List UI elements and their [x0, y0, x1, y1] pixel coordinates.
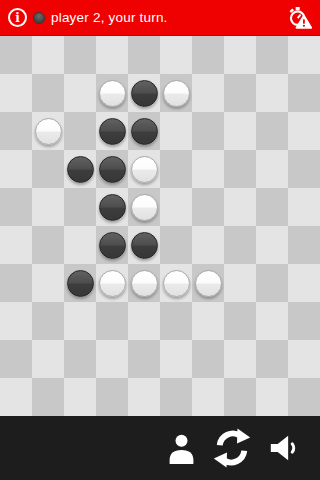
board-cell[interactable] [0, 264, 32, 302]
board-cell[interactable] [32, 264, 64, 302]
board-cell[interactable] [128, 112, 160, 150]
board-cell[interactable] [128, 74, 160, 112]
board-cell[interactable] [192, 36, 224, 74]
black-disc [99, 118, 126, 145]
board-cell[interactable] [128, 150, 160, 188]
board-cell[interactable] [96, 150, 128, 188]
board-cell[interactable] [192, 302, 224, 340]
player2-disc-indicator [33, 12, 45, 24]
board-cell[interactable] [32, 36, 64, 74]
board-cell[interactable] [32, 378, 64, 416]
board-cell[interactable] [0, 150, 32, 188]
black-disc [99, 232, 126, 259]
board-cell[interactable] [288, 340, 320, 378]
stopwatch-warning-icon[interactable] [288, 5, 312, 30]
board-cell[interactable] [64, 378, 96, 416]
board-cell[interactable] [0, 74, 32, 112]
board-cell[interactable] [160, 150, 192, 188]
board-cell[interactable] [0, 226, 32, 264]
board-cell[interactable] [64, 74, 96, 112]
board-cell[interactable] [96, 36, 128, 74]
board-cell[interactable] [128, 188, 160, 226]
board-cell[interactable] [224, 188, 256, 226]
white-disc [35, 118, 62, 145]
board-cell[interactable] [256, 150, 288, 188]
status-message: player 2, your turn. [51, 10, 168, 25]
board-cell[interactable] [64, 188, 96, 226]
board-cell[interactable] [160, 112, 192, 150]
board-cell[interactable] [288, 378, 320, 416]
board-cell[interactable] [160, 226, 192, 264]
player-button[interactable] [168, 433, 195, 464]
board-cell[interactable] [0, 340, 32, 378]
white-disc [131, 156, 158, 183]
board-cell[interactable] [256, 36, 288, 74]
board-cell[interactable] [224, 74, 256, 112]
board-cell[interactable] [32, 112, 64, 150]
black-disc [99, 194, 126, 221]
board-cell[interactable] [128, 340, 160, 378]
board-cell[interactable] [0, 188, 32, 226]
person-icon [168, 433, 195, 464]
board-cell[interactable] [0, 36, 32, 74]
board-cell[interactable] [288, 226, 320, 264]
board [0, 36, 320, 416]
board-cell[interactable] [0, 378, 32, 416]
board-cell[interactable] [256, 188, 288, 226]
board-cell[interactable] [128, 36, 160, 74]
board-cell[interactable] [32, 188, 64, 226]
black-disc [67, 270, 94, 297]
board-cell[interactable] [96, 378, 128, 416]
board-cell[interactable] [256, 378, 288, 416]
board-cell[interactable] [192, 112, 224, 150]
white-disc [163, 270, 190, 297]
black-disc [131, 232, 158, 259]
board-cell[interactable] [96, 226, 128, 264]
board-cell[interactable] [0, 112, 32, 150]
board-cell[interactable] [224, 36, 256, 74]
board-cell[interactable] [256, 74, 288, 112]
board-cell[interactable] [288, 188, 320, 226]
board-cell[interactable] [192, 378, 224, 416]
white-disc [163, 80, 190, 107]
board-cell[interactable] [64, 150, 96, 188]
board-cell[interactable] [256, 340, 288, 378]
board-cell[interactable] [64, 264, 96, 302]
black-disc [131, 118, 158, 145]
board-cell[interactable] [64, 226, 96, 264]
status-bar: i player 2, your turn. [0, 0, 320, 36]
board-cell[interactable] [192, 150, 224, 188]
board-cell[interactable] [96, 264, 128, 302]
board-cell[interactable] [224, 340, 256, 378]
board-cell[interactable] [160, 302, 192, 340]
board-cell[interactable] [64, 340, 96, 378]
board-cell[interactable] [288, 150, 320, 188]
board-cell[interactable] [160, 188, 192, 226]
board-cell[interactable] [32, 74, 64, 112]
board-cell[interactable] [160, 340, 192, 378]
board-cell[interactable] [64, 112, 96, 150]
board-cell[interactable] [96, 188, 128, 226]
board-cell[interactable] [96, 340, 128, 378]
board-cell[interactable] [128, 302, 160, 340]
refresh-icon [212, 428, 252, 468]
board-cell[interactable] [0, 302, 32, 340]
board-cell[interactable] [224, 112, 256, 150]
sound-button[interactable] [269, 433, 300, 463]
white-disc [99, 80, 126, 107]
black-disc [131, 80, 158, 107]
black-disc [67, 156, 94, 183]
board-cell[interactable] [160, 264, 192, 302]
white-disc [131, 270, 158, 297]
board-cell[interactable] [128, 264, 160, 302]
board-cell[interactable] [224, 302, 256, 340]
board-cell[interactable] [192, 74, 224, 112]
board-cell[interactable] [192, 226, 224, 264]
board-cell[interactable] [224, 264, 256, 302]
restart-button[interactable] [212, 428, 252, 468]
toolbar [0, 416, 320, 480]
board-cell[interactable] [192, 340, 224, 378]
info-glyph: i [15, 12, 20, 24]
board-cell[interactable] [256, 226, 288, 264]
info-icon[interactable]: i [8, 8, 27, 27]
board-cell[interactable] [256, 302, 288, 340]
board-cell[interactable] [288, 74, 320, 112]
board-cell[interactable] [256, 112, 288, 150]
board-cell[interactable] [128, 226, 160, 264]
board-cell[interactable] [128, 378, 160, 416]
board-cell[interactable] [64, 302, 96, 340]
board-cell[interactable] [96, 112, 128, 150]
white-disc [99, 270, 126, 297]
board-cell[interactable] [64, 36, 96, 74]
black-disc [99, 156, 126, 183]
board-cell[interactable] [32, 340, 64, 378]
board-cell[interactable] [256, 264, 288, 302]
game-screen: i player 2, your turn. [0, 0, 320, 480]
board-cell[interactable] [96, 74, 128, 112]
board-cell[interactable] [160, 378, 192, 416]
board-cell[interactable] [160, 36, 192, 74]
white-disc [195, 270, 222, 297]
white-disc [131, 194, 158, 221]
board-cell[interactable] [32, 150, 64, 188]
board-cell[interactable] [224, 226, 256, 264]
board-cell[interactable] [32, 302, 64, 340]
board-cell[interactable] [32, 226, 64, 264]
board-cell[interactable] [160, 74, 192, 112]
board-cell[interactable] [288, 302, 320, 340]
board-cell[interactable] [224, 150, 256, 188]
board-cell[interactable] [288, 264, 320, 302]
board-cell[interactable] [96, 302, 128, 340]
board-cell[interactable] [288, 112, 320, 150]
board-cell[interactable] [224, 378, 256, 416]
board-cell[interactable] [192, 264, 224, 302]
board-cell[interactable] [288, 36, 320, 74]
speaker-icon [269, 433, 300, 463]
board-cell[interactable] [192, 188, 224, 226]
